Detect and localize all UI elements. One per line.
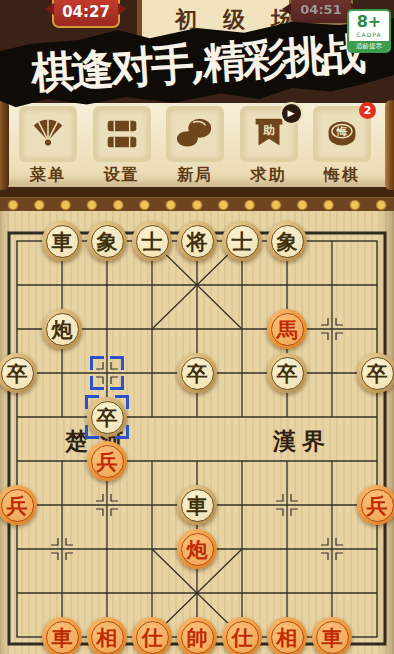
menu-button[interactable]: 菜单: [16, 109, 80, 186]
piece-black-7-1[interactable]: 象: [267, 221, 307, 261]
settings-button[interactable]: 设置: [90, 109, 154, 186]
piece-red-8-10[interactable]: 車: [312, 617, 352, 654]
piece-black-2-1[interactable]: 車: [42, 221, 82, 261]
pieces-icon: [169, 109, 221, 159]
piece-glyph: 相: [91, 621, 124, 654]
ask-help-button[interactable]: 助 ▶ 求助: [237, 109, 301, 186]
piece-glyph: 兵: [1, 489, 34, 522]
settings-button-label: 设置: [90, 165, 154, 186]
piece-glyph: 仕: [136, 621, 169, 654]
scroll-icon: [96, 109, 148, 159]
selection-corner: [110, 356, 124, 370]
undo-button-label: 悔棋: [310, 165, 374, 186]
player-timer: 04:51: [289, 0, 353, 25]
piece-glyph: 将: [181, 225, 214, 258]
selection-corner: [85, 395, 99, 409]
piece-glyph: 卒: [181, 357, 214, 390]
piece-glyph: 象: [91, 225, 124, 258]
piece-glyph: 炮: [46, 313, 79, 346]
piece-black-5-7[interactable]: 車: [177, 485, 217, 525]
piece-black-6-1[interactable]: 士: [222, 221, 262, 261]
selection-marker-to: [85, 395, 129, 439]
age-rating-badge: 8+ CADPA 适龄提示: [347, 9, 391, 53]
opponent-timer: 04:27: [52, 0, 120, 28]
age-rating-value: 8+: [349, 11, 389, 31]
age-rating-note: 适龄提示: [349, 41, 389, 51]
selection-corner: [90, 356, 104, 370]
piece-black-7-4[interactable]: 卒: [267, 353, 307, 393]
piece-red-9-7[interactable]: 兵: [357, 485, 394, 525]
piece-glyph: 仕: [226, 621, 259, 654]
selection-corner: [115, 395, 129, 409]
piece-black-1-4[interactable]: 卒: [0, 353, 37, 393]
piece-glyph: 兵: [361, 489, 394, 522]
selection-corner: [90, 376, 104, 390]
pieces-layer: 車象士将士象炮馬卒卒卒卒卒兵兵車兵炮車相仕帥仕相車: [0, 211, 394, 654]
piece-red-5-10[interactable]: 帥: [177, 617, 217, 654]
undo-button[interactable]: 悔 2 悔棋: [310, 109, 374, 186]
selection-marker-from: [90, 356, 124, 390]
new-game-button[interactable]: 新局: [163, 109, 227, 186]
piece-black-4-1[interactable]: 士: [132, 221, 172, 261]
piece-glyph: 車: [181, 489, 214, 522]
age-rating-org: CADPA: [349, 31, 389, 41]
piece-red-7-3[interactable]: 馬: [267, 309, 307, 349]
piece-glyph: 車: [46, 225, 79, 258]
help-icon-char: 助: [263, 123, 274, 137]
piece-black-2-3[interactable]: 炮: [42, 309, 82, 349]
piece-glyph: 士: [226, 225, 259, 258]
wood-trim-bar: [0, 187, 394, 211]
selection-corner: [110, 376, 124, 390]
piece-glyph: 卒: [271, 357, 304, 390]
undo-piece-icon: 悔: [316, 109, 368, 159]
piece-glyph: 士: [136, 225, 169, 258]
piece-red-1-7[interactable]: 兵: [0, 485, 37, 525]
piece-glyph: 帥: [181, 621, 214, 654]
piece-glyph: 馬: [271, 313, 304, 346]
piece-glyph: 卒: [361, 357, 394, 390]
piece-red-7-10[interactable]: 相: [267, 617, 307, 654]
piece-black-3-1[interactable]: 象: [87, 221, 127, 261]
piece-red-3-6[interactable]: 兵: [87, 441, 127, 481]
piece-glyph: 相: [271, 621, 304, 654]
piece-glyph: 車: [316, 621, 349, 654]
game-screen: 04:27 初级场 04:51 8+ CADPA 适龄提示 棋逢对手,精彩挑战: [0, 0, 394, 654]
piece-glyph: 兵: [91, 445, 124, 478]
piece-black-5-1[interactable]: 将: [177, 221, 217, 261]
stud-row: [0, 197, 394, 212]
piece-red-3-10[interactable]: 相: [87, 617, 127, 654]
selection-corner: [115, 425, 129, 439]
piece-red-2-10[interactable]: 車: [42, 617, 82, 654]
piece-glyph: 炮: [181, 533, 214, 566]
play-icon[interactable]: ▶: [280, 102, 303, 125]
piece-black-5-4[interactable]: 卒: [177, 353, 217, 393]
toolbar-scroll: 菜单 设置: [0, 103, 394, 187]
undo-icon-char: 悔: [336, 125, 348, 137]
piece-glyph: 象: [271, 225, 304, 258]
piece-red-6-10[interactable]: 仕: [222, 617, 262, 654]
piece-red-5-8[interactable]: 炮: [177, 529, 217, 569]
undo-count-badge: 2: [359, 102, 376, 119]
toolbar: 菜单 设置: [16, 109, 374, 186]
ask-help-button-label: 求助: [237, 165, 301, 186]
piece-black-9-4[interactable]: 卒: [357, 353, 394, 393]
piece-red-4-10[interactable]: 仕: [132, 617, 172, 654]
new-game-button-label: 新局: [163, 165, 227, 186]
piece-glyph: 車: [46, 621, 79, 654]
fan-icon: [22, 109, 74, 159]
piece-glyph: 卒: [1, 357, 34, 390]
xiangqi-board[interactable]: 楚河 漢界 車象士将士象炮馬卒卒卒卒卒兵兵車兵炮車相仕帥仕相車: [0, 211, 394, 654]
menu-button-label: 菜单: [16, 165, 80, 186]
selection-corner: [85, 425, 99, 439]
